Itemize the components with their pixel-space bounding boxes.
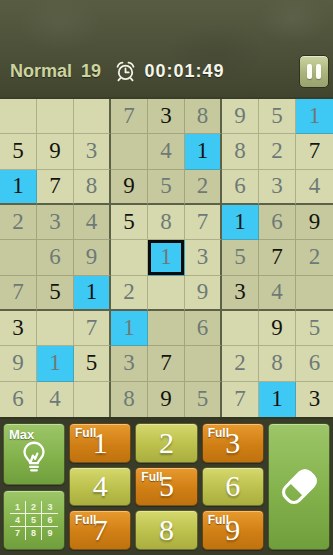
left-controls: Max 123456789 [3,423,65,550]
notes-grid-icon: 123456789 [10,501,58,540]
full-badge: Full [208,426,229,440]
digit-6-button[interactable]: 6 [202,467,264,507]
cell-r6c4[interactable]: 2 [111,276,148,311]
cell-r1c2[interactable] [37,99,74,134]
cell-r3c1[interactable]: 1 [0,170,37,205]
sudoku-board: 7389515934182717895263423458716969135727… [0,97,333,419]
pause-wrap [225,55,329,88]
cell-r6c8[interactable]: 4 [259,276,296,311]
notes-digit: 9 [42,527,58,540]
cell-r6c7[interactable]: 3 [222,276,259,311]
cell-r8c8[interactable]: 8 [259,346,296,381]
notes-digit: 8 [26,527,42,540]
cell-r9c6[interactable]: 5 [185,382,222,417]
cell-r4c5[interactable]: 8 [148,205,185,240]
cell-r8c7[interactable]: 2 [222,346,259,381]
cell-r4c2[interactable]: 3 [37,205,74,240]
cell-r3c2[interactable]: 7 [37,170,74,205]
digit-9-button[interactable]: Full9 [202,510,264,550]
alarm-clock-icon [114,60,137,83]
notes-digit: 4 [10,514,26,527]
sudoku-app: Normal 19 00:01:49 738951 [0,0,333,555]
cell-r8c1[interactable]: 9 [0,346,37,381]
notes-digit: 7 [10,527,26,540]
cell-r4c1[interactable]: 2 [0,205,37,240]
cell-r3c5[interactable]: 5 [148,170,185,205]
hint-button[interactable]: Max [3,423,65,485]
cell-r2c5[interactable]: 4 [148,134,185,169]
cell-r9c3[interactable] [74,382,111,417]
cell-r7c2[interactable] [37,311,74,346]
cell-r6c6[interactable]: 9 [185,276,222,311]
cell-r9c9[interactable]: 3 [296,382,333,417]
cell-r7c5[interactable] [148,311,185,346]
cell-r5c9[interactable]: 2 [296,240,333,275]
top-bar: Normal 19 00:01:49 [0,0,333,97]
cell-r8c6[interactable] [185,346,222,381]
cell-r1c1[interactable] [0,99,37,134]
eraser-button[interactable] [268,423,330,550]
cell-r8c2[interactable]: 1 [37,346,74,381]
cell-r9c4[interactable]: 8 [111,382,148,417]
notes-digit: 5 [26,514,42,527]
digit-5-button[interactable]: Full5 [135,467,197,507]
cell-r1c5[interactable]: 3 [148,99,185,134]
cell-r7c4[interactable]: 1 [111,311,148,346]
pause-icon [316,64,321,79]
cell-r2c8[interactable]: 2 [259,134,296,169]
control-panel: Max 123456789 Full12Full34Full56Full78Fu… [0,419,333,555]
cell-r3c3[interactable]: 8 [74,170,111,205]
cell-r7c7[interactable] [222,311,259,346]
cell-r8c5[interactable]: 7 [148,346,185,381]
digit-8-button[interactable]: 8 [135,510,197,550]
cell-r2c4[interactable] [111,134,148,169]
cell-r6c1[interactable]: 7 [0,276,37,311]
cell-r8c9[interactable]: 6 [296,346,333,381]
cell-r8c3[interactable]: 5 [74,346,111,381]
cell-r1c8[interactable]: 5 [259,99,296,134]
cell-r7c6[interactable]: 6 [185,311,222,346]
full-badge: Full [141,470,162,484]
cell-r5c3[interactable]: 9 [74,240,111,275]
pause-icon [307,64,312,79]
digit-2-button[interactable]: 2 [135,423,197,463]
notes-digit: 1 [10,501,26,514]
cell-r1c9[interactable]: 1 [296,99,333,134]
digit-label: 2 [159,426,174,460]
cell-r1c6[interactable]: 8 [185,99,222,134]
cell-r7c8[interactable]: 9 [259,311,296,346]
cell-r5c8[interactable]: 7 [259,240,296,275]
cell-r2c1[interactable]: 5 [0,134,37,169]
cell-r6c5[interactable] [148,276,185,311]
top-bar-row: Normal 19 00:01:49 [10,55,329,88]
lightbulb-icon [15,437,53,477]
number-keypad: Full12Full34Full56Full78Full9 [69,423,264,550]
digit-7-button[interactable]: Full7 [69,510,131,550]
cell-r9c7[interactable]: 7 [222,382,259,417]
pause-button[interactable] [299,55,329,88]
digit-label: 8 [159,513,174,547]
full-badge: Full [75,426,96,440]
cell-r4c4[interactable]: 5 [111,205,148,240]
digit-1-button[interactable]: Full1 [69,423,131,463]
cell-r3c4[interactable]: 9 [111,170,148,205]
cell-r7c1[interactable]: 3 [0,311,37,346]
cell-r2c2[interactable]: 9 [37,134,74,169]
digit-label: 4 [93,469,108,503]
digit-label: 6 [225,469,240,503]
notes-button[interactable]: 123456789 [3,490,65,550]
cell-r1c7[interactable]: 9 [222,99,259,134]
digit-3-button[interactable]: Full3 [202,423,264,463]
cell-r3c6[interactable]: 2 [185,170,222,205]
cell-r1c3[interactable] [74,99,111,134]
cell-r9c5[interactable]: 9 [148,382,185,417]
cell-r9c1[interactable]: 6 [0,382,37,417]
cell-r5c1[interactable] [0,240,37,275]
cell-r6c3[interactable]: 1 [74,276,111,311]
timer: 00:01:49 [114,60,224,83]
cell-r2c7[interactable]: 8 [222,134,259,169]
cell-r2c6[interactable]: 1 [185,134,222,169]
cell-r6c2[interactable]: 5 [37,276,74,311]
full-badge: Full [208,513,229,527]
difficulty-label: Normal 19 [10,61,114,82]
cell-r8c4[interactable]: 3 [111,346,148,381]
digit-4-button[interactable]: 4 [69,467,131,507]
level-number: 19 [81,61,101,82]
notes-digit: 2 [26,501,42,514]
cell-r6c9[interactable] [296,276,333,311]
cell-r4c6[interactable]: 7 [185,205,222,240]
cell-r5c7[interactable]: 5 [222,240,259,275]
cell-r7c3[interactable]: 7 [74,311,111,346]
eraser-icon [276,464,322,510]
cell-r4c7[interactable]: 1 [222,205,259,240]
cell-r3c9[interactable]: 4 [296,170,333,205]
notes-digit: 6 [42,514,58,527]
cell-r3c7[interactable]: 6 [222,170,259,205]
cell-r2c3[interactable]: 3 [74,134,111,169]
cell-r5c6[interactable]: 3 [185,240,222,275]
cell-r5c5[interactable]: 1 [148,240,185,275]
cell-r9c8[interactable]: 1 [259,382,296,417]
cell-r2c9[interactable]: 7 [296,134,333,169]
difficulty-text: Normal [10,61,72,82]
cell-r5c2[interactable]: 6 [37,240,74,275]
cell-r7c9[interactable]: 5 [296,311,333,346]
cell-r4c3[interactable]: 4 [74,205,111,240]
cell-r4c9[interactable]: 9 [296,205,333,240]
cell-r5c4[interactable] [111,240,148,275]
notes-digit: 3 [42,501,58,514]
cell-r3c8[interactable]: 3 [259,170,296,205]
cell-r1c4[interactable]: 7 [111,99,148,134]
timer-value: 00:01:49 [144,61,224,82]
full-badge: Full [75,513,96,527]
cell-r4c8[interactable]: 6 [259,205,296,240]
cell-r9c2[interactable]: 4 [37,382,74,417]
